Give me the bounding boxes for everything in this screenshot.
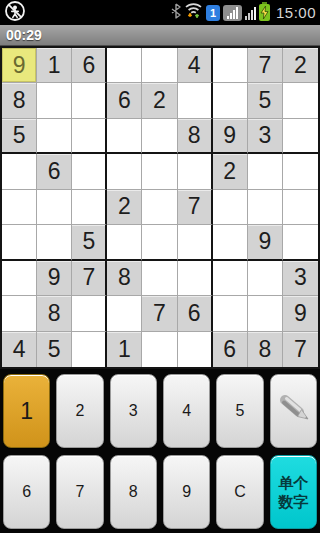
cell-r4c2[interactable]: 6: [37, 154, 72, 189]
bluetooth-icon: [171, 3, 181, 23]
digit-2-button[interactable]: 2: [56, 374, 103, 448]
cell-r9c2[interactable]: 5: [37, 332, 72, 367]
cell-r9c7[interactable]: 6: [213, 332, 248, 367]
cell-r4c9[interactable]: [283, 154, 318, 189]
cell-r5c3[interactable]: [72, 190, 107, 225]
single-digit-label-line1: 单个: [278, 473, 308, 493]
cell-r8c5[interactable]: 7: [142, 296, 177, 331]
cell-r7c2[interactable]: 9: [37, 261, 72, 296]
cell-r3c5[interactable]: [142, 119, 177, 154]
cell-r9c6[interactable]: [178, 332, 213, 367]
cell-r9c4[interactable]: 1: [107, 332, 142, 367]
cell-r4c5[interactable]: [142, 154, 177, 189]
cell-r8c4[interactable]: [107, 296, 142, 331]
digit-7-button[interactable]: 7: [56, 455, 103, 529]
cell-r8c6[interactable]: 6: [178, 296, 213, 331]
number-keypad: 1 2 3 4 5 6 7 8 9 C 单个 数字: [0, 369, 320, 533]
cell-r6c2[interactable]: [37, 225, 72, 260]
cell-r5c4[interactable]: 2: [107, 190, 142, 225]
cell-r9c3[interactable]: [72, 332, 107, 367]
cell-r6c5[interactable]: [142, 225, 177, 260]
cell-r1c6[interactable]: 4: [178, 48, 213, 83]
cell-r6c9[interactable]: [283, 225, 318, 260]
cell-r6c1[interactable]: [2, 225, 37, 260]
battery-charging-icon: [259, 4, 270, 21]
cell-r2c4[interactable]: 6: [107, 83, 142, 118]
cell-r2c2[interactable]: [37, 83, 72, 118]
cell-r4c1[interactable]: [2, 154, 37, 189]
digit-6-button[interactable]: 6: [3, 455, 50, 529]
cell-r6c8[interactable]: 9: [248, 225, 283, 260]
cell-r8c3[interactable]: [72, 296, 107, 331]
pencil-icon: [272, 388, 314, 434]
cell-r4c6[interactable]: [178, 154, 213, 189]
blocking-mode-icon: [4, 0, 26, 26]
cell-r6c4[interactable]: [107, 225, 142, 260]
clear-button[interactable]: C: [216, 455, 263, 529]
signal-boxed-icon: [223, 5, 242, 21]
cell-r2c6[interactable]: [178, 83, 213, 118]
cell-r6c6[interactable]: [178, 225, 213, 260]
cell-r1c8[interactable]: 7: [248, 48, 283, 83]
cell-r7c4[interactable]: 8: [107, 261, 142, 296]
cell-r5c9[interactable]: [283, 190, 318, 225]
cell-r3c8[interactable]: 3: [248, 119, 283, 154]
signal-icon: [245, 5, 256, 20]
digit-9-button[interactable]: 9: [163, 455, 210, 529]
cell-r6c3[interactable]: 5: [72, 225, 107, 260]
cell-r7c8[interactable]: [248, 261, 283, 296]
elapsed-time: 00:29: [6, 27, 42, 43]
cell-r5c8[interactable]: [248, 190, 283, 225]
cell-r2c5[interactable]: 2: [142, 83, 177, 118]
cell-r7c1[interactable]: [2, 261, 37, 296]
digit-8-button[interactable]: 8: [110, 455, 157, 529]
cell-r8c8[interactable]: [248, 296, 283, 331]
cell-r5c1[interactable]: [2, 190, 37, 225]
digit-4-button[interactable]: 4: [163, 374, 210, 448]
cell-r2c1[interactable]: 8: [2, 83, 37, 118]
sim-card-icon: 1: [206, 5, 220, 21]
single-digit-mode-button[interactable]: 单个 数字: [270, 455, 317, 529]
cell-r3c4[interactable]: [107, 119, 142, 154]
cell-r5c6[interactable]: 7: [178, 190, 213, 225]
cell-r9c1[interactable]: 4: [2, 332, 37, 367]
cell-r3c9[interactable]: [283, 119, 318, 154]
cell-r1c5[interactable]: [142, 48, 177, 83]
cell-r4c7[interactable]: 2: [213, 154, 248, 189]
cell-r3c7[interactable]: 9: [213, 119, 248, 154]
digit-1-button[interactable]: 1: [3, 374, 50, 448]
wifi-data-icon: [184, 2, 203, 23]
digit-3-button[interactable]: 3: [110, 374, 157, 448]
cell-r3c3[interactable]: [72, 119, 107, 154]
sudoku-board: 9164728625589362275997838769451687: [0, 46, 320, 369]
cell-r7c6[interactable]: [178, 261, 213, 296]
cell-r2c8[interactable]: 5: [248, 83, 283, 118]
pencil-button[interactable]: [270, 374, 317, 448]
cell-r2c7[interactable]: [213, 83, 248, 118]
cell-r7c7[interactable]: [213, 261, 248, 296]
cell-r7c3[interactable]: 7: [72, 261, 107, 296]
phone-screen: 1 15:00 00:29 91647286255893622759978387…: [0, 0, 320, 533]
status-bar: 1 15:00: [0, 0, 320, 25]
cell-r1c1[interactable]: 9: [2, 48, 37, 83]
digit-5-button[interactable]: 5: [216, 374, 263, 448]
cell-r4c3[interactable]: [72, 154, 107, 189]
cell-r9c9[interactable]: 7: [283, 332, 318, 367]
single-digit-label-line2: 数字: [278, 492, 308, 512]
cell-r5c5[interactable]: [142, 190, 177, 225]
cell-r2c9[interactable]: [283, 83, 318, 118]
cell-r8c7[interactable]: [213, 296, 248, 331]
clock-text: 15:00: [276, 4, 316, 21]
cell-r8c9[interactable]: 9: [283, 296, 318, 331]
cell-r8c1[interactable]: [2, 296, 37, 331]
cell-r3c1[interactable]: 5: [2, 119, 37, 154]
cell-r7c9[interactable]: 3: [283, 261, 318, 296]
cell-r5c7[interactable]: [213, 190, 248, 225]
cell-r4c4[interactable]: [107, 154, 142, 189]
cell-r1c4[interactable]: [107, 48, 142, 83]
timer-bar: 00:29: [0, 25, 320, 46]
cell-r9c5[interactable]: [142, 332, 177, 367]
cell-r4c8[interactable]: [248, 154, 283, 189]
cell-r5c2[interactable]: [37, 190, 72, 225]
cell-r1c9[interactable]: 2: [283, 48, 318, 83]
cell-r1c2[interactable]: 1: [37, 48, 72, 83]
cell-r3c2[interactable]: [37, 119, 72, 154]
cell-r1c7[interactable]: [213, 48, 248, 83]
cell-r1c3[interactable]: 6: [72, 48, 107, 83]
cell-r8c2[interactable]: 8: [37, 296, 72, 331]
cell-r2c3[interactable]: [72, 83, 107, 118]
cell-r7c5[interactable]: [142, 261, 177, 296]
cell-r6c7[interactable]: [213, 225, 248, 260]
cell-r3c6[interactable]: 8: [178, 119, 213, 154]
cell-r9c8[interactable]: 8: [248, 332, 283, 367]
